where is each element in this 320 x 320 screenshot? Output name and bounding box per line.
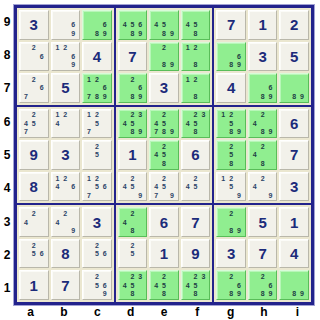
candidate-1: 1: [54, 44, 62, 53]
candidate-9: 9: [69, 29, 77, 38]
candidate-2: 2: [227, 174, 235, 183]
candidate-4: 4: [22, 218, 30, 227]
cell-c1[interactable]: 2569: [82, 270, 112, 300]
pencil-marks: 2489: [249, 110, 277, 138]
cell-value: 3: [249, 43, 277, 71]
candidate-1: 1: [219, 111, 227, 120]
pencil-marks: 258: [217, 141, 245, 169]
cell-g6[interactable]: 12589: [216, 109, 246, 139]
cell-value: 5: [52, 74, 80, 102]
pencil-marks: 689: [217, 43, 245, 71]
sudoku-diagram: 987654321 369689261269426751267894568945…: [0, 0, 320, 320]
pencil-marks: 2458: [150, 141, 178, 169]
candidate-2: 2: [61, 44, 69, 53]
cell-value: 4: [217, 74, 245, 102]
candidate-5: 5: [129, 281, 137, 290]
sudoku-board: 3696892612694267512678945689458945872891…: [14, 5, 314, 305]
candidate-6: 6: [267, 281, 275, 290]
candidate-2: 2: [160, 142, 168, 151]
cell-value: 7: [182, 208, 210, 236]
candidate-8: 8: [192, 92, 200, 101]
candidate-8: 8: [227, 226, 235, 235]
cell-a7[interactable]: 267: [19, 73, 49, 103]
candidate-6: 6: [101, 249, 109, 258]
cell-value: 3: [52, 141, 80, 169]
candidate-9: 9: [136, 128, 144, 137]
candidate-5: 5: [160, 119, 168, 128]
cell-d8[interactable]: 7: [118, 42, 148, 72]
cell-d6[interactable]: 234589: [118, 109, 148, 139]
pencil-marks: 1257: [83, 110, 111, 138]
cell-value: 7: [249, 240, 277, 268]
candidate-2: 2: [30, 44, 38, 53]
candidate-8: 8: [129, 128, 137, 137]
candidate-9: 9: [101, 289, 109, 298]
row-label-4: 4: [0, 172, 14, 205]
cell-d3[interactable]: 248: [118, 207, 148, 237]
cell-f5[interactable]: 6: [181, 140, 211, 170]
candidate-2: 2: [192, 272, 200, 281]
cell-h1[interactable]: 2689: [248, 270, 278, 300]
candidate-2: 2: [192, 174, 200, 183]
cell-f4[interactable]: 245: [181, 172, 211, 202]
candidate-1: 1: [54, 174, 62, 183]
box-9: 289513742689268989: [214, 205, 311, 302]
cell-d4[interactable]: 2459: [118, 172, 148, 202]
box-2: 456894589458728912826893128: [116, 8, 213, 105]
candidate-5: 5: [192, 21, 200, 30]
pencil-marks: 25: [119, 240, 147, 268]
col-label-h: h: [247, 304, 280, 320]
col-label-b: b: [47, 304, 80, 320]
candidate-3: 3: [199, 111, 207, 120]
cell-i8[interactable]: 5: [279, 42, 309, 72]
row-label-1: 1: [0, 272, 14, 305]
candidate-7: 7: [152, 128, 160, 137]
cell-e8[interactable]: 289: [149, 42, 179, 72]
candidate-2: 2: [227, 111, 235, 120]
candidate-2: 2: [30, 241, 38, 250]
candidate-2: 2: [192, 111, 200, 120]
candidate-4: 4: [184, 21, 192, 30]
pencil-marks: 124: [52, 110, 80, 138]
pencil-marks: 23458: [182, 110, 210, 138]
cell-d2[interactable]: 25: [118, 239, 148, 269]
pencil-marks: 2689: [249, 271, 277, 299]
cell-a5[interactable]: 9: [19, 140, 49, 170]
pencil-marks: 24579: [150, 173, 178, 201]
pencil-marks: 89: [280, 74, 308, 102]
cell-value: 5: [280, 43, 308, 71]
candidate-8: 8: [259, 289, 267, 298]
cell-e5[interactable]: 2458: [149, 140, 179, 170]
candidate-8: 8: [290, 289, 298, 298]
candidate-2: 2: [160, 44, 168, 53]
cell-value: 7: [52, 271, 80, 299]
pencil-marks: 2689: [119, 74, 147, 102]
cell-c6[interactable]: 1257: [82, 109, 112, 139]
col-label-c: c: [81, 304, 114, 320]
cell-h9[interactable]: 1: [248, 10, 278, 40]
cell-value: 9: [182, 240, 210, 268]
candidate-1: 1: [85, 111, 93, 120]
cell-c4[interactable]: 12567: [82, 172, 112, 202]
cell-value: 4: [280, 240, 308, 268]
cell-b7[interactable]: 5: [51, 73, 81, 103]
cell-d9[interactable]: 45689: [118, 10, 148, 40]
cell-g4[interactable]: 1259: [216, 172, 246, 202]
pencil-marks: 45689: [119, 11, 147, 39]
cell-d1[interactable]: 23458: [118, 270, 148, 300]
candidate-7: 7: [22, 92, 30, 101]
candidate-9: 9: [168, 29, 176, 38]
candidate-5: 5: [30, 119, 38, 128]
candidate-8: 8: [192, 29, 200, 38]
candidate-8: 8: [129, 29, 137, 38]
candidate-5: 5: [160, 151, 168, 160]
cell-h2[interactable]: 7: [248, 239, 278, 269]
pencil-marks: 24: [20, 208, 48, 236]
candidate-2: 2: [30, 209, 38, 218]
cell-value: 7: [119, 43, 147, 71]
cell-f1[interactable]: 23458: [181, 270, 211, 300]
cell-c8[interactable]: 4: [82, 42, 112, 72]
candidate-4: 4: [121, 182, 129, 191]
pencil-marks: 2459: [119, 173, 147, 201]
candidate-8: 8: [227, 128, 235, 137]
candidate-6: 6: [38, 84, 46, 93]
candidate-8: 8: [160, 61, 168, 70]
candidate-6: 6: [38, 249, 46, 258]
cell-g8[interactable]: 689: [216, 42, 246, 72]
cell-g5[interactable]: 258: [216, 140, 246, 170]
cell-g3[interactable]: 289: [216, 207, 246, 237]
pencil-marks: 23458: [182, 271, 210, 299]
cell-value: 9: [20, 141, 48, 169]
cell-b8[interactable]: 1269: [51, 42, 81, 72]
candidate-9: 9: [267, 191, 275, 200]
candidate-2: 2: [259, 174, 267, 183]
cell-c7[interactable]: 126789: [82, 73, 112, 103]
cell-c9[interactable]: 689: [82, 10, 112, 40]
candidate-2: 2: [160, 174, 168, 183]
candidate-8: 8: [259, 92, 267, 101]
candidate-6: 6: [235, 52, 243, 61]
cell-h8[interactable]: 3: [248, 42, 278, 72]
candidate-2: 2: [61, 209, 69, 218]
candidate-6: 6: [69, 52, 77, 61]
cell-a2[interactable]: 256: [19, 239, 49, 269]
candidate-5: 5: [30, 249, 38, 258]
pencil-marks: 289: [217, 208, 245, 236]
candidate-4: 4: [121, 21, 129, 30]
cell-i1[interactable]: 89: [279, 270, 309, 300]
candidate-8: 8: [160, 289, 168, 298]
col-label-g: g: [214, 304, 247, 320]
row-label-6: 6: [0, 105, 14, 138]
cell-i9[interactable]: 2: [279, 10, 309, 40]
cell-h6[interactable]: 2489: [248, 109, 278, 139]
candidate-2: 2: [227, 142, 235, 151]
cell-f8[interactable]: 128: [181, 42, 211, 72]
candidate-8: 8: [192, 128, 200, 137]
candidate-2: 2: [93, 174, 101, 183]
cell-value: 7: [280, 141, 308, 169]
candidate-4: 4: [121, 119, 129, 128]
candidate-2: 2: [192, 44, 200, 53]
cell-g7[interactable]: 4: [216, 73, 246, 103]
candidate-4: 4: [152, 151, 160, 160]
cell-b2[interactable]: 8: [51, 239, 81, 269]
cell-value: 6: [182, 141, 210, 169]
cell-a6[interactable]: 2457: [19, 109, 49, 139]
cell-value: 6: [280, 110, 308, 138]
candidate-5: 5: [160, 281, 168, 290]
candidate-3: 3: [136, 272, 144, 281]
cell-value: 3: [20, 11, 48, 39]
cell-e9[interactable]: 4589: [149, 10, 179, 40]
candidate-8: 8: [129, 289, 137, 298]
cell-value: 5: [249, 208, 277, 236]
candidate-5: 5: [93, 249, 101, 258]
cell-c5[interactable]: 25: [82, 140, 112, 170]
candidate-5: 5: [227, 119, 235, 128]
candidate-1: 1: [184, 44, 192, 53]
box-5: 23458924578923458124586245924579245: [116, 107, 213, 204]
cell-e4[interactable]: 24579: [149, 172, 179, 202]
pencil-marks: 2458: [150, 271, 178, 299]
cell-e6[interactable]: 245789: [149, 109, 179, 139]
cell-value: 6: [150, 208, 178, 236]
cell-a9[interactable]: 3: [19, 10, 49, 40]
cell-value: 1: [119, 141, 147, 169]
candidate-8: 8: [93, 29, 101, 38]
cell-g1[interactable]: 2689: [216, 270, 246, 300]
candidate-6: 6: [101, 281, 109, 290]
candidate-5: 5: [227, 151, 235, 160]
candidate-1: 1: [85, 174, 93, 183]
candidate-4: 4: [54, 218, 62, 227]
box-1: 36968926126942675126789: [17, 8, 114, 105]
cell-b9[interactable]: 69: [51, 10, 81, 40]
cell-i6[interactable]: 6: [279, 109, 309, 139]
candidate-8: 8: [160, 29, 168, 38]
cell-d7[interactable]: 2689: [118, 73, 148, 103]
col-label-d: d: [114, 304, 147, 320]
candidate-5: 5: [192, 182, 200, 191]
candidate-4: 4: [184, 119, 192, 128]
cell-h7[interactable]: 689: [248, 73, 278, 103]
pencil-marks: 2689: [217, 271, 245, 299]
candidate-8: 8: [160, 128, 168, 137]
cell-e2[interactable]: 1: [149, 239, 179, 269]
candidate-4: 4: [22, 119, 30, 128]
col-label-i: i: [281, 304, 314, 320]
candidate-2: 2: [61, 174, 69, 183]
candidate-1: 1: [85, 75, 93, 84]
pencil-marks: 245789: [150, 110, 178, 138]
pencil-marks: 12567: [83, 173, 111, 201]
cell-value: 3: [280, 173, 308, 201]
cell-a4[interactable]: 8: [19, 172, 49, 202]
candidate-6: 6: [101, 182, 109, 191]
cell-c3[interactable]: 3: [82, 207, 112, 237]
candidate-6: 6: [38, 52, 46, 61]
cell-value: 4: [83, 43, 111, 71]
candidate-2: 2: [259, 142, 267, 151]
cell-b1[interactable]: 7: [51, 270, 81, 300]
pencil-marks: 2457: [20, 110, 48, 138]
candidate-5: 5: [227, 182, 235, 191]
candidate-9: 9: [298, 92, 306, 101]
cell-f3[interactable]: 7: [181, 207, 211, 237]
candidate-4: 4: [54, 182, 62, 191]
box-6: 1258924896258248712592493: [214, 107, 311, 204]
cell-h3[interactable]: 5: [248, 207, 278, 237]
cell-i4[interactable]: 3: [279, 172, 309, 202]
pencil-marks: 126789: [83, 74, 111, 102]
candidate-2: 2: [93, 111, 101, 120]
candidate-4: 4: [152, 21, 160, 30]
cell-b6[interactable]: 124: [51, 109, 81, 139]
candidate-8: 8: [93, 92, 101, 101]
candidate-9: 9: [267, 92, 275, 101]
cell-e7[interactable]: 3: [149, 73, 179, 103]
cell-f7[interactable]: 128: [181, 73, 211, 103]
candidate-9: 9: [168, 191, 176, 200]
candidate-8: 8: [192, 289, 200, 298]
cell-h4[interactable]: 249: [248, 172, 278, 202]
pencil-marks: 23458: [119, 271, 147, 299]
col-label-e: e: [147, 304, 180, 320]
pencil-marks: 256: [20, 240, 48, 268]
cell-i7[interactable]: 89: [279, 73, 309, 103]
candidate-7: 7: [22, 128, 30, 137]
candidate-9: 9: [235, 61, 243, 70]
cell-a3[interactable]: 24: [19, 207, 49, 237]
pencil-marks: 12589: [217, 110, 245, 138]
row-label-7: 7: [0, 72, 14, 105]
candidate-4: 4: [54, 119, 62, 128]
candidate-9: 9: [101, 29, 109, 38]
candidate-5: 5: [160, 21, 168, 30]
cell-d5[interactable]: 1: [118, 140, 148, 170]
candidate-7: 7: [152, 191, 160, 200]
pencil-marks: 689: [83, 11, 111, 39]
cell-c2[interactable]: 256: [82, 239, 112, 269]
candidate-4: 4: [184, 182, 192, 191]
cell-i2[interactable]: 4: [279, 239, 309, 269]
candidate-2: 2: [93, 142, 101, 151]
cell-h5[interactable]: 248: [248, 140, 278, 170]
cell-i5[interactable]: 7: [279, 140, 309, 170]
pencil-marks: 1246: [52, 173, 80, 201]
candidate-2: 2: [192, 75, 200, 84]
cell-f9[interactable]: 458: [181, 10, 211, 40]
cell-i3[interactable]: 1: [279, 207, 309, 237]
candidate-2: 2: [129, 272, 137, 281]
candidate-5: 5: [129, 249, 137, 258]
candidate-8: 8: [160, 159, 168, 168]
candidate-9: 9: [168, 61, 176, 70]
pencil-marks: 245: [182, 173, 210, 201]
candidate-6: 6: [101, 84, 109, 93]
cell-value: 8: [20, 173, 48, 201]
cell-b4[interactable]: 1246: [51, 172, 81, 202]
cell-a8[interactable]: 26: [19, 42, 49, 72]
candidate-2: 2: [129, 241, 137, 250]
candidate-4: 4: [152, 182, 160, 191]
cell-g9[interactable]: 7: [216, 10, 246, 40]
candidate-4: 4: [152, 119, 160, 128]
candidate-4: 4: [251, 151, 259, 160]
pencil-marks: 458: [182, 11, 210, 39]
candidate-3: 3: [199, 272, 207, 281]
candidate-9: 9: [235, 191, 243, 200]
cell-a1[interactable]: 1: [19, 270, 49, 300]
candidate-9: 9: [267, 128, 275, 137]
candidate-9: 9: [69, 61, 77, 70]
cell-b3[interactable]: 249: [51, 207, 81, 237]
row-label-5: 5: [0, 138, 14, 171]
candidate-5: 5: [192, 281, 200, 290]
candidate-2: 2: [61, 111, 69, 120]
pencil-marks: 689: [249, 74, 277, 102]
candidate-9: 9: [69, 226, 77, 235]
candidate-2: 2: [93, 272, 101, 281]
candidate-8: 8: [129, 92, 137, 101]
candidate-4: 4: [251, 182, 259, 191]
pencil-marks: 267: [20, 74, 48, 102]
candidate-7: 7: [85, 128, 93, 137]
candidate-5: 5: [93, 182, 101, 191]
candidate-9: 9: [136, 92, 144, 101]
candidate-8: 8: [227, 289, 235, 298]
candidate-7: 7: [85, 92, 93, 101]
cell-e3[interactable]: 6: [149, 207, 179, 237]
candidate-2: 2: [129, 111, 137, 120]
candidate-9: 9: [235, 128, 243, 137]
pencil-marks: 249: [249, 173, 277, 201]
candidate-9: 9: [235, 289, 243, 298]
candidate-2: 2: [160, 111, 168, 120]
cell-value: 7: [217, 11, 245, 39]
candidate-2: 2: [160, 272, 168, 281]
candidate-4: 4: [121, 218, 129, 227]
candidate-9: 9: [298, 289, 306, 298]
candidate-6: 6: [136, 21, 144, 30]
pencil-marks: 248: [119, 208, 147, 236]
candidate-5: 5: [192, 119, 200, 128]
cell-g2[interactable]: 3: [216, 239, 246, 269]
box-8: 24867251923458245823458: [116, 205, 213, 302]
pencil-marks: 2569: [83, 271, 111, 299]
cell-e1[interactable]: 2458: [149, 270, 179, 300]
candidate-2: 2: [227, 272, 235, 281]
row-label-8: 8: [0, 38, 14, 71]
cell-f2[interactable]: 9: [181, 239, 211, 269]
cell-f6[interactable]: 23458: [181, 109, 211, 139]
candidate-5: 5: [93, 151, 101, 160]
candidate-6: 6: [136, 84, 144, 93]
cell-b5[interactable]: 3: [51, 140, 81, 170]
candidate-4: 4: [184, 281, 192, 290]
candidate-9: 9: [168, 128, 176, 137]
candidate-5: 5: [93, 119, 101, 128]
candidate-6: 6: [69, 182, 77, 191]
pencil-marks: 1269: [52, 43, 80, 71]
candidate-2: 2: [93, 241, 101, 250]
